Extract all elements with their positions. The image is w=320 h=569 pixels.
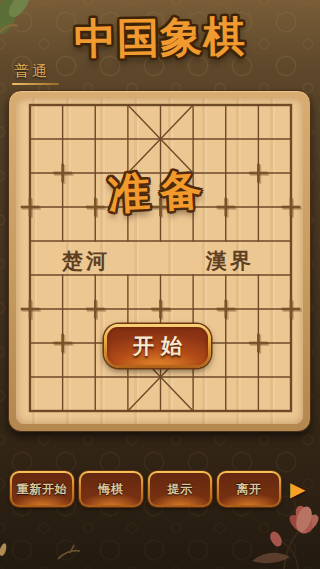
undo-move-button[interactable]: 悔棋 [79, 471, 143, 507]
start-button-face: 开始 [107, 327, 208, 365]
app-title: 中国象棋 [0, 7, 320, 69]
hint-button-face: 提示 [150, 473, 210, 505]
board-grid: 楚河 漢界 [9, 91, 312, 433]
next-arrow-icon[interactable]: ▶ [290, 471, 305, 507]
start-button[interactable]: 开始 [104, 324, 211, 368]
start-button-label: 开始 [133, 332, 189, 360]
difficulty-tab[interactable]: 普通 [14, 62, 50, 81]
restart-button[interactable]: 重新开始 [10, 471, 74, 507]
hint-button-label: 提示 [168, 481, 193, 498]
xiangqi-board: 楚河 漢界 [8, 90, 311, 432]
undo-move-button-label: 悔棋 [99, 481, 124, 498]
leave-button-label: 离开 [237, 481, 262, 498]
leave-button-face: 离开 [219, 473, 279, 505]
undo-move-button-face: 悔棋 [81, 473, 141, 505]
toolbar: 重新开始 悔棋 提示 离开 ▶ [10, 471, 312, 507]
difficulty-tab-underline [12, 83, 59, 85]
app-root: 中国象棋 普通 楚河 漢界 准备 开始 重新开始 悔棋 [0, 0, 320, 569]
hint-button[interactable]: 提示 [148, 471, 212, 507]
restart-button-label: 重新开始 [17, 481, 67, 498]
leave-button[interactable]: 离开 [217, 471, 281, 507]
river-label-left: 楚河 [61, 248, 110, 273]
river-label-right: 漢界 [205, 248, 254, 273]
restart-button-face: 重新开始 [12, 473, 72, 505]
